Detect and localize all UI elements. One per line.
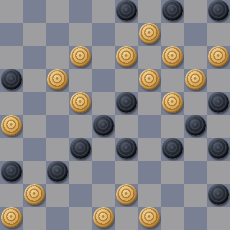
board-square-r2c8 <box>184 46 207 69</box>
white-man-piece[interactable] <box>139 69 160 90</box>
board-square-r9c9 <box>207 207 230 230</box>
black-man-piece[interactable] <box>162 0 183 21</box>
white-man-piece[interactable] <box>208 46 229 67</box>
board-square-r0c6 <box>138 0 161 23</box>
board-square-r1c5 <box>115 23 138 46</box>
board-square-r1c3 <box>69 23 92 46</box>
board-square-r0c2 <box>46 0 69 23</box>
white-man-piece[interactable] <box>162 92 183 113</box>
board-square-r8c4 <box>92 184 115 207</box>
board-square-r9c4[interactable] <box>92 207 115 230</box>
black-man-piece[interactable] <box>208 184 229 205</box>
board-square-r7c9 <box>207 161 230 184</box>
board-square-r8c3[interactable] <box>69 184 92 207</box>
black-man-piece[interactable] <box>116 92 137 113</box>
board-square-r5c2[interactable] <box>46 115 69 138</box>
board-square-r8c8 <box>184 184 207 207</box>
board-square-r5c9 <box>207 115 230 138</box>
black-man-piece[interactable] <box>116 138 137 159</box>
board-square-r0c3[interactable] <box>69 0 92 23</box>
white-man-piece[interactable] <box>70 46 91 67</box>
board-square-r6c1[interactable] <box>23 138 46 161</box>
black-man-piece[interactable] <box>93 115 114 136</box>
black-man-piece[interactable] <box>162 138 183 159</box>
black-man-piece[interactable] <box>70 138 91 159</box>
board-square-r4c5[interactable] <box>115 92 138 115</box>
black-man-piece[interactable] <box>185 115 206 136</box>
board-square-r8c1[interactable] <box>23 184 46 207</box>
board-square-r3c3 <box>69 69 92 92</box>
board-square-r2c7[interactable] <box>161 46 184 69</box>
board-square-r8c9[interactable] <box>207 184 230 207</box>
board-square-r7c3 <box>69 161 92 184</box>
board-square-r2c9[interactable] <box>207 46 230 69</box>
black-man-piece[interactable] <box>208 0 229 21</box>
board-square-r7c1 <box>23 161 46 184</box>
board-square-r2c3[interactable] <box>69 46 92 69</box>
white-man-piece[interactable] <box>139 207 160 228</box>
board-square-r1c4[interactable] <box>92 23 115 46</box>
board-square-r6c7[interactable] <box>161 138 184 161</box>
board-square-r6c9[interactable] <box>207 138 230 161</box>
board-square-r1c0[interactable] <box>0 23 23 46</box>
board-square-r4c0 <box>0 92 23 115</box>
board-square-r2c1[interactable] <box>23 46 46 69</box>
board-square-r3c6[interactable] <box>138 69 161 92</box>
board-square-r2c5[interactable] <box>115 46 138 69</box>
board-square-r3c5 <box>115 69 138 92</box>
board-square-r0c0 <box>0 0 23 23</box>
white-man-piece[interactable] <box>24 184 45 205</box>
white-man-piece[interactable] <box>1 115 22 136</box>
black-man-piece[interactable] <box>1 161 22 182</box>
board-square-r6c5[interactable] <box>115 138 138 161</box>
board-square-r7c5 <box>115 161 138 184</box>
white-man-piece[interactable] <box>1 207 22 228</box>
white-man-piece[interactable] <box>47 69 68 90</box>
board-square-r1c6[interactable] <box>138 23 161 46</box>
board-square-r2c0 <box>0 46 23 69</box>
board-square-r0c8 <box>184 0 207 23</box>
black-man-piece[interactable] <box>116 0 137 21</box>
white-man-piece[interactable] <box>116 184 137 205</box>
board-square-r9c1 <box>23 207 46 230</box>
board-square-r9c0[interactable] <box>0 207 23 230</box>
board-square-r1c2[interactable] <box>46 23 69 46</box>
board-square-r9c8[interactable] <box>184 207 207 230</box>
board-square-r8c5[interactable] <box>115 184 138 207</box>
board-square-r4c1[interactable] <box>23 92 46 115</box>
board-square-r0c9[interactable] <box>207 0 230 23</box>
board-square-r0c1[interactable] <box>23 0 46 23</box>
board-square-r8c2 <box>46 184 69 207</box>
board-square-r9c7 <box>161 207 184 230</box>
board-square-r0c4 <box>92 0 115 23</box>
board-square-r4c3[interactable] <box>69 92 92 115</box>
board-square-r5c6[interactable] <box>138 115 161 138</box>
board-square-r6c3[interactable] <box>69 138 92 161</box>
board-square-r8c0 <box>0 184 23 207</box>
board-square-r3c4[interactable] <box>92 69 115 92</box>
board-square-r7c2[interactable] <box>46 161 69 184</box>
board-square-r3c9 <box>207 69 230 92</box>
board-square-r9c2[interactable] <box>46 207 69 230</box>
board-square-r3c0[interactable] <box>0 69 23 92</box>
board-square-r7c6[interactable] <box>138 161 161 184</box>
board-square-r4c9[interactable] <box>207 92 230 115</box>
board-square-r3c8[interactable] <box>184 69 207 92</box>
board-square-r6c6 <box>138 138 161 161</box>
board-square-r7c4[interactable] <box>92 161 115 184</box>
board-square-r3c1 <box>23 69 46 92</box>
board-square-r4c8 <box>184 92 207 115</box>
board-square-r1c9 <box>207 23 230 46</box>
board-square-r9c3 <box>69 207 92 230</box>
board-square-r5c5 <box>115 115 138 138</box>
board-square-r5c7 <box>161 115 184 138</box>
board-square-r4c7[interactable] <box>161 92 184 115</box>
white-man-piece[interactable] <box>116 46 137 67</box>
board-square-r9c5 <box>115 207 138 230</box>
board-square-r1c8[interactable] <box>184 23 207 46</box>
board-square-r2c6 <box>138 46 161 69</box>
white-man-piece[interactable] <box>93 207 114 228</box>
board-square-r5c1 <box>23 115 46 138</box>
board-square-r2c2 <box>46 46 69 69</box>
board-square-r2c4 <box>92 46 115 69</box>
board-square-r9c6[interactable] <box>138 207 161 230</box>
board-square-r6c4 <box>92 138 115 161</box>
board-square-r3c7 <box>161 69 184 92</box>
board-square-r1c7 <box>161 23 184 46</box>
board-square-r4c6 <box>138 92 161 115</box>
board-square-r7c0[interactable] <box>0 161 23 184</box>
white-man-piece[interactable] <box>70 92 91 113</box>
board-square-r0c7[interactable] <box>161 0 184 23</box>
black-man-piece[interactable] <box>208 92 229 113</box>
white-man-piece[interactable] <box>162 46 183 67</box>
board-square-r4c2 <box>46 92 69 115</box>
board-square-r7c7 <box>161 161 184 184</box>
board-square-r5c4[interactable] <box>92 115 115 138</box>
board-square-r5c8[interactable] <box>184 115 207 138</box>
board-square-r1c1 <box>23 23 46 46</box>
board-square-r5c3 <box>69 115 92 138</box>
board-square-r5c0[interactable] <box>0 115 23 138</box>
board-square-r0c5[interactable] <box>115 0 138 23</box>
board-square-r6c2 <box>46 138 69 161</box>
board-square-r7c8[interactable] <box>184 161 207 184</box>
black-man-piece[interactable] <box>47 161 68 182</box>
board-square-r8c6 <box>138 184 161 207</box>
board-square-r8c7[interactable] <box>161 184 184 207</box>
black-man-piece[interactable] <box>208 138 229 159</box>
board-square-r6c8 <box>184 138 207 161</box>
board-square-r3c2[interactable] <box>46 69 69 92</box>
white-man-piece[interactable] <box>185 69 206 90</box>
board-square-r6c0 <box>0 138 23 161</box>
board-square-r4c4 <box>92 92 115 115</box>
draughts-board <box>0 0 230 230</box>
white-man-piece[interactable] <box>139 23 160 44</box>
black-man-piece[interactable] <box>1 69 22 90</box>
